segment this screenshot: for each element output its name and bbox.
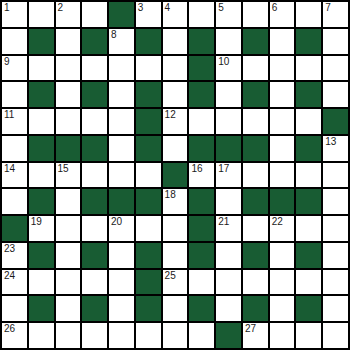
white-cell[interactable] — [56, 56, 81, 81]
white-cell[interactable] — [270, 323, 295, 348]
white-cell[interactable]: 11 — [2, 109, 27, 134]
block-cell — [270, 189, 295, 214]
white-cell[interactable] — [270, 136, 295, 161]
white-cell[interactable]: 2 — [56, 2, 81, 27]
white-cell[interactable]: 20 — [109, 216, 134, 241]
white-cell[interactable]: 8 — [109, 29, 134, 54]
white-cell[interactable] — [323, 243, 348, 268]
white-cell[interactable] — [56, 323, 81, 348]
white-cell[interactable] — [109, 270, 134, 295]
white-cell[interactable] — [243, 270, 268, 295]
clue-number: 17 — [218, 163, 229, 174]
block-cell — [136, 136, 161, 161]
block-cell — [82, 296, 107, 321]
white-cell[interactable] — [2, 136, 27, 161]
white-cell[interactable] — [109, 243, 134, 268]
clue-number: 4 — [165, 2, 171, 13]
white-cell[interactable] — [216, 270, 241, 295]
white-cell[interactable] — [323, 296, 348, 321]
white-cell[interactable]: 15 — [56, 163, 81, 188]
white-cell[interactable] — [323, 29, 348, 54]
block-cell — [216, 136, 241, 161]
white-cell[interactable] — [2, 189, 27, 214]
white-cell[interactable] — [270, 82, 295, 107]
block-cell — [82, 136, 107, 161]
white-cell[interactable] — [109, 136, 134, 161]
block-cell — [29, 189, 54, 214]
white-cell[interactable]: 24 — [2, 270, 27, 295]
white-cell[interactable]: 25 — [163, 270, 188, 295]
white-cell[interactable] — [323, 56, 348, 81]
white-cell[interactable] — [136, 163, 161, 188]
white-cell[interactable] — [216, 243, 241, 268]
white-cell[interactable] — [296, 270, 321, 295]
block-cell — [2, 216, 27, 241]
white-cell[interactable] — [29, 109, 54, 134]
block-cell — [296, 243, 321, 268]
block-cell — [136, 109, 161, 134]
block-cell — [189, 82, 214, 107]
white-cell[interactable] — [82, 56, 107, 81]
white-cell[interactable] — [136, 323, 161, 348]
block-cell — [296, 296, 321, 321]
white-cell[interactable] — [296, 216, 321, 241]
clue-number: 22 — [272, 216, 283, 227]
white-cell[interactable] — [216, 29, 241, 54]
white-cell[interactable] — [56, 82, 81, 107]
block-cell — [296, 29, 321, 54]
white-cell[interactable] — [216, 296, 241, 321]
white-cell[interactable] — [82, 216, 107, 241]
white-cell[interactable] — [296, 2, 321, 27]
clue-number: 9 — [4, 56, 10, 67]
block-cell — [109, 2, 134, 27]
white-cell[interactable] — [189, 109, 214, 134]
block-cell — [29, 296, 54, 321]
white-cell[interactable]: 17 — [216, 163, 241, 188]
block-cell — [29, 82, 54, 107]
block-cell — [163, 163, 188, 188]
white-cell[interactable] — [82, 163, 107, 188]
white-cell[interactable] — [29, 323, 54, 348]
block-cell — [243, 136, 268, 161]
white-cell[interactable]: 12 — [163, 109, 188, 134]
clue-number: 11 — [4, 109, 14, 120]
white-cell[interactable] — [109, 56, 134, 81]
white-cell[interactable] — [323, 323, 348, 348]
white-cell[interactable] — [136, 216, 161, 241]
white-cell[interactable] — [109, 163, 134, 188]
white-cell[interactable] — [163, 323, 188, 348]
block-cell — [243, 189, 268, 214]
white-cell[interactable] — [56, 296, 81, 321]
block-cell — [136, 189, 161, 214]
white-cell[interactable] — [163, 82, 188, 107]
white-cell[interactable] — [29, 163, 54, 188]
clue-number: 24 — [4, 270, 15, 281]
white-cell[interactable] — [243, 163, 268, 188]
block-cell — [82, 243, 107, 268]
clue-number: 25 — [165, 270, 176, 281]
clue-number: 13 — [325, 136, 336, 147]
white-cell[interactable] — [323, 270, 348, 295]
white-cell[interactable]: 1 — [2, 2, 27, 27]
block-cell — [136, 296, 161, 321]
block-cell — [243, 29, 268, 54]
white-cell[interactable] — [296, 109, 321, 134]
white-cell[interactable] — [189, 323, 214, 348]
block-cell — [189, 296, 214, 321]
block-cell — [189, 29, 214, 54]
white-cell[interactable] — [270, 270, 295, 295]
clue-number: 18 — [165, 189, 176, 200]
block-cell — [296, 189, 321, 214]
white-cell[interactable] — [2, 82, 27, 107]
white-cell[interactable] — [56, 29, 81, 54]
white-cell[interactable] — [56, 243, 81, 268]
white-cell[interactable]: 21 — [216, 216, 241, 241]
white-cell[interactable] — [29, 270, 54, 295]
white-cell[interactable] — [163, 216, 188, 241]
white-cell[interactable] — [323, 216, 348, 241]
white-cell[interactable] — [323, 82, 348, 107]
white-cell[interactable]: 6 — [270, 2, 295, 27]
white-cell[interactable]: 16 — [189, 163, 214, 188]
clue-number: 8 — [111, 29, 117, 40]
clue-number: 7 — [325, 2, 331, 13]
white-cell[interactable] — [82, 109, 107, 134]
white-cell[interactable] — [56, 109, 81, 134]
white-cell[interactable]: 27 — [243, 323, 268, 348]
white-cell[interactable] — [243, 216, 268, 241]
white-cell[interactable] — [323, 163, 348, 188]
white-cell[interactable]: 23 — [2, 243, 27, 268]
block-cell — [136, 243, 161, 268]
block-cell — [216, 323, 241, 348]
white-cell[interactable] — [109, 82, 134, 107]
white-cell[interactable] — [109, 109, 134, 134]
white-cell[interactable] — [109, 323, 134, 348]
white-cell[interactable] — [189, 2, 214, 27]
block-cell — [29, 29, 54, 54]
white-cell[interactable] — [270, 56, 295, 81]
white-cell[interactable] — [163, 296, 188, 321]
white-cell[interactable] — [56, 216, 81, 241]
clue-number: 16 — [191, 163, 202, 174]
block-cell — [296, 82, 321, 107]
white-cell[interactable] — [323, 189, 348, 214]
white-cell[interactable] — [56, 270, 81, 295]
block-cell — [82, 189, 107, 214]
white-cell[interactable]: 14 — [2, 163, 27, 188]
white-cell[interactable] — [29, 2, 54, 27]
clue-number: 15 — [58, 163, 69, 174]
white-cell[interactable] — [56, 189, 81, 214]
white-cell[interactable]: 26 — [2, 323, 27, 348]
white-cell[interactable] — [216, 82, 241, 107]
clue-number: 27 — [245, 323, 256, 334]
clue-number: 23 — [4, 243, 15, 254]
white-cell[interactable] — [270, 163, 295, 188]
white-cell[interactable] — [296, 323, 321, 348]
clue-number: 1 — [4, 2, 10, 13]
white-cell[interactable] — [136, 56, 161, 81]
white-cell[interactable]: 22 — [270, 216, 295, 241]
white-cell[interactable] — [2, 296, 27, 321]
white-cell[interactable] — [29, 56, 54, 81]
block-cell — [189, 189, 214, 214]
block-cell — [243, 243, 268, 268]
block-cell — [243, 296, 268, 321]
white-cell[interactable] — [109, 296, 134, 321]
white-cell[interactable] — [296, 163, 321, 188]
block-cell — [109, 189, 134, 214]
white-cell[interactable] — [270, 29, 295, 54]
white-cell[interactable] — [2, 29, 27, 54]
block-cell — [323, 109, 348, 134]
crossword-grid: 1234567891011121314151617181920212223242… — [0, 0, 350, 350]
white-cell[interactable] — [216, 109, 241, 134]
block-cell — [136, 82, 161, 107]
clue-number: 12 — [165, 109, 176, 120]
white-cell[interactable] — [270, 109, 295, 134]
clue-number: 26 — [4, 323, 15, 334]
clue-number: 14 — [4, 163, 15, 174]
block-cell — [136, 29, 161, 54]
white-cell[interactable] — [82, 323, 107, 348]
white-cell[interactable]: 7 — [323, 2, 348, 27]
white-cell[interactable]: 13 — [323, 136, 348, 161]
clue-number: 3 — [138, 2, 144, 13]
white-cell[interactable] — [216, 189, 241, 214]
white-cell[interactable] — [243, 2, 268, 27]
white-cell[interactable] — [163, 243, 188, 268]
white-cell[interactable] — [296, 56, 321, 81]
white-cell[interactable]: 9 — [2, 56, 27, 81]
white-cell[interactable] — [243, 56, 268, 81]
clue-number: 19 — [31, 216, 42, 227]
clue-number: 5 — [218, 2, 224, 13]
block-cell — [29, 136, 54, 161]
block-cell — [296, 136, 321, 161]
white-cell[interactable]: 5 — [216, 2, 241, 27]
white-cell[interactable] — [82, 2, 107, 27]
white-cell[interactable]: 19 — [29, 216, 54, 241]
block-cell — [189, 216, 214, 241]
block-cell — [82, 82, 107, 107]
block-cell — [189, 56, 214, 81]
block-cell — [243, 82, 268, 107]
clue-number: 21 — [218, 216, 229, 227]
white-cell[interactable] — [163, 29, 188, 54]
white-cell[interactable] — [82, 270, 107, 295]
white-cell[interactable] — [163, 56, 188, 81]
white-cell[interactable] — [163, 136, 188, 161]
white-cell[interactable] — [270, 296, 295, 321]
clue-number: 2 — [58, 2, 64, 13]
block-cell — [189, 136, 214, 161]
clue-number: 6 — [272, 2, 278, 13]
white-cell[interactable] — [243, 109, 268, 134]
clue-number: 20 — [111, 216, 122, 227]
block-cell — [189, 243, 214, 268]
white-cell[interactable]: 18 — [163, 189, 188, 214]
block-cell — [29, 243, 54, 268]
white-cell[interactable]: 3 — [136, 2, 161, 27]
white-cell[interactable]: 10 — [216, 56, 241, 81]
white-cell[interactable] — [189, 270, 214, 295]
block-cell — [82, 29, 107, 54]
white-cell[interactable]: 4 — [163, 2, 188, 27]
clue-number: 10 — [218, 56, 229, 67]
white-cell[interactable] — [270, 243, 295, 268]
block-cell — [136, 270, 161, 295]
block-cell — [56, 136, 81, 161]
